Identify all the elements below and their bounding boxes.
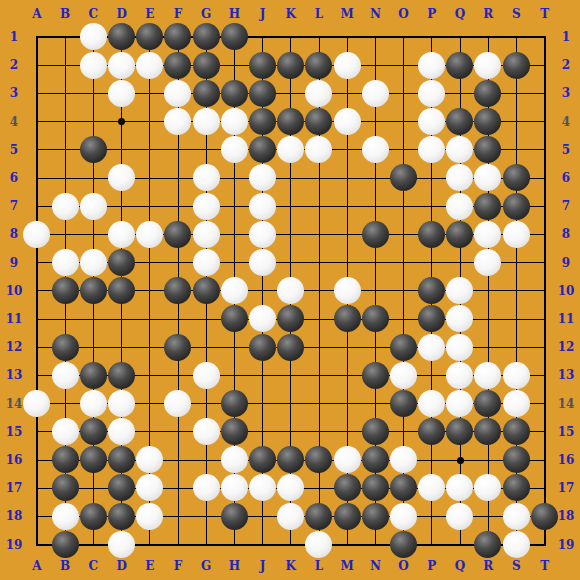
intersection-D3[interactable] [107,79,135,107]
intersection-J5[interactable] [248,136,276,164]
intersection-C10[interactable] [79,277,107,305]
intersection-R3[interactable] [474,79,502,107]
intersection-J19[interactable] [248,530,276,558]
intersection-O16[interactable] [389,446,417,474]
intersection-L17[interactable] [305,474,333,502]
intersection-S12[interactable] [502,333,530,361]
intersection-M4[interactable] [333,107,361,135]
intersection-F3[interactable] [164,79,192,107]
intersection-O2[interactable] [389,51,417,79]
intersection-F17[interactable] [164,474,192,502]
intersection-B10[interactable] [51,277,79,305]
intersection-M7[interactable] [333,192,361,220]
intersection-O19[interactable] [389,530,417,558]
intersection-G7[interactable] [192,192,220,220]
intersection-G9[interactable] [192,248,220,276]
intersection-Q1[interactable] [446,23,474,51]
intersection-M17[interactable] [333,474,361,502]
intersection-Q8[interactable] [446,220,474,248]
intersection-A16[interactable] [23,446,51,474]
intersection-T16[interactable] [530,446,558,474]
intersection-F14[interactable] [164,389,192,417]
intersection-T6[interactable] [530,164,558,192]
intersection-N12[interactable] [361,333,389,361]
intersection-N4[interactable] [361,107,389,135]
intersection-M10[interactable] [333,277,361,305]
intersection-G16[interactable] [192,446,220,474]
intersection-K18[interactable] [277,502,305,530]
intersection-H9[interactable] [220,248,248,276]
intersection-M9[interactable] [333,248,361,276]
intersection-J3[interactable] [248,79,276,107]
intersection-M14[interactable] [333,389,361,417]
intersection-H15[interactable] [220,418,248,446]
intersection-O11[interactable] [389,305,417,333]
intersection-M18[interactable] [333,502,361,530]
intersection-S10[interactable] [502,277,530,305]
intersection-L15[interactable] [305,418,333,446]
intersection-B1[interactable] [51,23,79,51]
intersection-N3[interactable] [361,79,389,107]
intersection-B3[interactable] [51,79,79,107]
intersection-L4[interactable] [305,107,333,135]
intersection-F16[interactable] [164,446,192,474]
intersection-N18[interactable] [361,502,389,530]
intersection-T8[interactable] [530,220,558,248]
intersection-N9[interactable] [361,248,389,276]
intersection-S15[interactable] [502,418,530,446]
intersection-G3[interactable] [192,79,220,107]
intersection-F9[interactable] [164,248,192,276]
intersection-N17[interactable] [361,474,389,502]
intersection-L8[interactable] [305,220,333,248]
intersection-C2[interactable] [79,51,107,79]
intersection-K6[interactable] [277,164,305,192]
intersection-R12[interactable] [474,333,502,361]
intersection-B7[interactable] [51,192,79,220]
intersection-L12[interactable] [305,333,333,361]
intersection-D19[interactable] [107,530,135,558]
intersection-J8[interactable] [248,220,276,248]
intersection-L14[interactable] [305,389,333,417]
intersection-C12[interactable] [79,333,107,361]
intersection-M3[interactable] [333,79,361,107]
intersection-K10[interactable] [277,277,305,305]
intersection-B6[interactable] [51,164,79,192]
intersection-T1[interactable] [530,23,558,51]
intersection-Q5[interactable] [446,136,474,164]
intersection-B16[interactable] [51,446,79,474]
intersection-H3[interactable] [220,79,248,107]
intersection-D10[interactable] [107,277,135,305]
intersection-P17[interactable] [418,474,446,502]
intersection-C9[interactable] [79,248,107,276]
intersection-K12[interactable] [277,333,305,361]
intersection-N16[interactable] [361,446,389,474]
intersection-L16[interactable] [305,446,333,474]
intersection-G4[interactable] [192,107,220,135]
intersection-J6[interactable] [248,164,276,192]
intersection-Q9[interactable] [446,248,474,276]
intersection-E4[interactable] [136,107,164,135]
intersection-R13[interactable] [474,361,502,389]
intersection-T13[interactable] [530,361,558,389]
intersection-K8[interactable] [277,220,305,248]
intersection-L9[interactable] [305,248,333,276]
intersection-B18[interactable] [51,502,79,530]
intersection-E17[interactable] [136,474,164,502]
intersection-J12[interactable] [248,333,276,361]
intersection-C16[interactable] [79,446,107,474]
intersection-T19[interactable] [530,530,558,558]
intersection-G8[interactable] [192,220,220,248]
intersection-S13[interactable] [502,361,530,389]
intersection-H7[interactable] [220,192,248,220]
intersection-D4[interactable] [107,107,135,135]
intersection-G13[interactable] [192,361,220,389]
intersection-N15[interactable] [361,418,389,446]
intersection-D11[interactable] [107,305,135,333]
intersection-M12[interactable] [333,333,361,361]
intersection-A19[interactable] [23,530,51,558]
intersection-G1[interactable] [192,23,220,51]
intersection-P14[interactable] [418,389,446,417]
intersection-J7[interactable] [248,192,276,220]
intersection-P13[interactable] [418,361,446,389]
intersection-A12[interactable] [23,333,51,361]
intersection-H2[interactable] [220,51,248,79]
intersection-M13[interactable] [333,361,361,389]
intersection-H13[interactable] [220,361,248,389]
intersection-F19[interactable] [164,530,192,558]
intersection-F8[interactable] [164,220,192,248]
intersection-A13[interactable] [23,361,51,389]
intersection-A3[interactable] [23,79,51,107]
intersection-M1[interactable] [333,23,361,51]
intersection-H8[interactable] [220,220,248,248]
intersection-B17[interactable] [51,474,79,502]
intersection-F18[interactable] [164,502,192,530]
intersection-K11[interactable] [277,305,305,333]
intersection-L10[interactable] [305,277,333,305]
intersection-P18[interactable] [418,502,446,530]
intersection-O8[interactable] [389,220,417,248]
intersection-G19[interactable] [192,530,220,558]
intersection-N19[interactable] [361,530,389,558]
intersection-P9[interactable] [418,248,446,276]
intersection-E16[interactable] [136,446,164,474]
intersection-F1[interactable] [164,23,192,51]
intersection-P8[interactable] [418,220,446,248]
intersection-C15[interactable] [79,418,107,446]
intersection-B5[interactable] [51,136,79,164]
intersection-S17[interactable] [502,474,530,502]
intersection-K17[interactable] [277,474,305,502]
intersection-Q15[interactable] [446,418,474,446]
intersection-J10[interactable] [248,277,276,305]
intersection-S11[interactable] [502,305,530,333]
intersection-K1[interactable] [277,23,305,51]
intersection-C3[interactable] [79,79,107,107]
intersection-P5[interactable] [418,136,446,164]
intersection-H4[interactable] [220,107,248,135]
intersection-R8[interactable] [474,220,502,248]
intersection-K2[interactable] [277,51,305,79]
intersection-M2[interactable] [333,51,361,79]
intersection-Q13[interactable] [446,361,474,389]
intersection-O15[interactable] [389,418,417,446]
intersection-Q4[interactable] [446,107,474,135]
intersection-E3[interactable] [136,79,164,107]
intersection-O14[interactable] [389,389,417,417]
intersection-R7[interactable] [474,192,502,220]
intersection-J13[interactable] [248,361,276,389]
intersection-A17[interactable] [23,474,51,502]
intersection-N13[interactable] [361,361,389,389]
intersection-H16[interactable] [220,446,248,474]
intersection-S16[interactable] [502,446,530,474]
intersection-B15[interactable] [51,418,79,446]
intersection-A5[interactable] [23,136,51,164]
intersection-G10[interactable] [192,277,220,305]
intersection-A2[interactable] [23,51,51,79]
intersection-E18[interactable] [136,502,164,530]
intersection-P7[interactable] [418,192,446,220]
intersection-G5[interactable] [192,136,220,164]
intersection-S18[interactable] [502,502,530,530]
intersection-E15[interactable] [136,418,164,446]
intersection-K3[interactable] [277,79,305,107]
intersection-R14[interactable] [474,389,502,417]
intersection-L2[interactable] [305,51,333,79]
intersection-S19[interactable] [502,530,530,558]
intersection-K15[interactable] [277,418,305,446]
intersection-P19[interactable] [418,530,446,558]
intersection-C4[interactable] [79,107,107,135]
intersection-L13[interactable] [305,361,333,389]
intersection-S6[interactable] [502,164,530,192]
intersection-F2[interactable] [164,51,192,79]
intersection-T3[interactable] [530,79,558,107]
intersection-D2[interactable] [107,51,135,79]
intersection-R4[interactable] [474,107,502,135]
intersection-R2[interactable] [474,51,502,79]
intersection-G18[interactable] [192,502,220,530]
intersection-D18[interactable] [107,502,135,530]
intersection-A11[interactable] [23,305,51,333]
intersection-B4[interactable] [51,107,79,135]
intersection-M11[interactable] [333,305,361,333]
intersection-O4[interactable] [389,107,417,135]
intersection-L3[interactable] [305,79,333,107]
intersection-Q17[interactable] [446,474,474,502]
intersection-F4[interactable] [164,107,192,135]
intersection-E13[interactable] [136,361,164,389]
intersection-S2[interactable] [502,51,530,79]
intersection-A10[interactable] [23,277,51,305]
intersection-L5[interactable] [305,136,333,164]
intersection-E19[interactable] [136,530,164,558]
intersection-E10[interactable] [136,277,164,305]
intersection-A8[interactable] [23,220,51,248]
intersection-Q18[interactable] [446,502,474,530]
intersection-K16[interactable] [277,446,305,474]
intersection-A15[interactable] [23,418,51,446]
intersection-D1[interactable] [107,23,135,51]
intersection-F13[interactable] [164,361,192,389]
intersection-N11[interactable] [361,305,389,333]
intersection-J15[interactable] [248,418,276,446]
intersection-G14[interactable] [192,389,220,417]
intersection-C5[interactable] [79,136,107,164]
intersection-J17[interactable] [248,474,276,502]
intersection-L18[interactable] [305,502,333,530]
intersection-F6[interactable] [164,164,192,192]
intersection-Q10[interactable] [446,277,474,305]
intersection-N10[interactable] [361,277,389,305]
intersection-B13[interactable] [51,361,79,389]
intersection-H14[interactable] [220,389,248,417]
intersection-T18[interactable] [530,502,558,530]
intersection-E11[interactable] [136,305,164,333]
intersection-H19[interactable] [220,530,248,558]
intersection-N14[interactable] [361,389,389,417]
intersection-C19[interactable] [79,530,107,558]
intersection-S9[interactable] [502,248,530,276]
intersection-P12[interactable] [418,333,446,361]
intersection-J1[interactable] [248,23,276,51]
intersection-R16[interactable] [474,446,502,474]
intersection-F11[interactable] [164,305,192,333]
intersection-A1[interactable] [23,23,51,51]
intersection-A6[interactable] [23,164,51,192]
intersection-N1[interactable] [361,23,389,51]
intersection-O13[interactable] [389,361,417,389]
intersection-R15[interactable] [474,418,502,446]
intersection-G15[interactable] [192,418,220,446]
intersection-Q14[interactable] [446,389,474,417]
intersection-S4[interactable] [502,107,530,135]
intersection-J9[interactable] [248,248,276,276]
intersection-F10[interactable] [164,277,192,305]
intersection-S5[interactable] [502,136,530,164]
intersection-C11[interactable] [79,305,107,333]
intersection-K19[interactable] [277,530,305,558]
intersection-P16[interactable] [418,446,446,474]
intersection-J11[interactable] [248,305,276,333]
intersection-R6[interactable] [474,164,502,192]
intersection-C1[interactable] [79,23,107,51]
intersection-D16[interactable] [107,446,135,474]
intersection-Q7[interactable] [446,192,474,220]
intersection-N8[interactable] [361,220,389,248]
intersection-A18[interactable] [23,502,51,530]
intersection-B19[interactable] [51,530,79,558]
intersection-M16[interactable] [333,446,361,474]
intersection-P4[interactable] [418,107,446,135]
intersection-P2[interactable] [418,51,446,79]
intersection-K7[interactable] [277,192,305,220]
intersection-F12[interactable] [164,333,192,361]
intersection-F15[interactable] [164,418,192,446]
intersection-C7[interactable] [79,192,107,220]
intersection-Q19[interactable] [446,530,474,558]
intersection-H10[interactable] [220,277,248,305]
intersection-A7[interactable] [23,192,51,220]
intersection-N2[interactable] [361,51,389,79]
intersection-G12[interactable] [192,333,220,361]
intersection-P3[interactable] [418,79,446,107]
intersection-K13[interactable] [277,361,305,389]
intersection-B8[interactable] [51,220,79,248]
intersection-O9[interactable] [389,248,417,276]
intersection-R18[interactable] [474,502,502,530]
intersection-R5[interactable] [474,136,502,164]
intersection-J14[interactable] [248,389,276,417]
intersection-G11[interactable] [192,305,220,333]
intersection-G2[interactable] [192,51,220,79]
intersection-O6[interactable] [389,164,417,192]
intersection-R19[interactable] [474,530,502,558]
intersection-Q6[interactable] [446,164,474,192]
intersection-R10[interactable] [474,277,502,305]
intersection-N5[interactable] [361,136,389,164]
intersection-F7[interactable] [164,192,192,220]
intersection-B2[interactable] [51,51,79,79]
intersection-C13[interactable] [79,361,107,389]
intersection-Q12[interactable] [446,333,474,361]
intersection-H6[interactable] [220,164,248,192]
intersection-R1[interactable] [474,23,502,51]
intersection-O10[interactable] [389,277,417,305]
intersection-O7[interactable] [389,192,417,220]
intersection-H1[interactable] [220,23,248,51]
intersection-E1[interactable] [136,23,164,51]
intersection-Q3[interactable] [446,79,474,107]
intersection-B11[interactable] [51,305,79,333]
intersection-L11[interactable] [305,305,333,333]
intersection-S1[interactable] [502,23,530,51]
intersection-J16[interactable] [248,446,276,474]
intersection-A14[interactable] [23,389,51,417]
intersection-Q2[interactable] [446,51,474,79]
intersection-T15[interactable] [530,418,558,446]
intersection-O1[interactable] [389,23,417,51]
intersection-J2[interactable] [248,51,276,79]
intersection-K5[interactable] [277,136,305,164]
intersection-L19[interactable] [305,530,333,558]
intersection-D5[interactable] [107,136,135,164]
intersection-S8[interactable] [502,220,530,248]
intersection-G17[interactable] [192,474,220,502]
intersection-S14[interactable] [502,389,530,417]
intersection-H12[interactable] [220,333,248,361]
intersection-C8[interactable] [79,220,107,248]
intersection-T4[interactable] [530,107,558,135]
intersection-D6[interactable] [107,164,135,192]
intersection-C6[interactable] [79,164,107,192]
intersection-A4[interactable] [23,107,51,135]
intersection-T2[interactable] [530,51,558,79]
intersection-M19[interactable] [333,530,361,558]
intersection-M5[interactable] [333,136,361,164]
intersection-R17[interactable] [474,474,502,502]
intersection-S3[interactable] [502,79,530,107]
intersection-L7[interactable] [305,192,333,220]
intersection-C17[interactable] [79,474,107,502]
intersection-R11[interactable] [474,305,502,333]
intersection-J4[interactable] [248,107,276,135]
